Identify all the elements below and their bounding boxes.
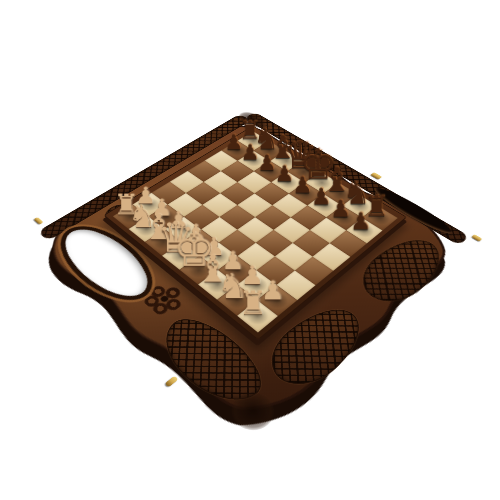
- square-f7: ♟: [307, 194, 342, 218]
- perspective-wrapper: ♜♞♝♛♚♝♞♜♟♟♟♟♟♟♟♟♟♟♟♟♟♟♟♟♜♞♝♛♚♝♞♜: [0, 0, 500, 500]
- photo-canvas: ♜♞♝♛♚♝♞♜♟♟♟♟♟♟♟♟♟♟♟♟♟♟♟♟♜♞♝♛♚♝♞♜: [0, 0, 500, 500]
- wooden-case: ♜♞♝♛♚♝♞♜♟♟♟♟♟♟♟♟♟♟♟♟♟♟♟♟♜♞♝♛♚♝♞♜: [17, 105, 484, 459]
